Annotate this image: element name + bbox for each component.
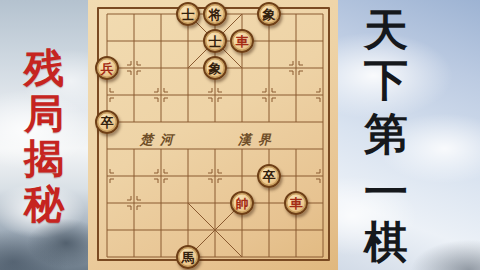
piece-red-f1[interactable]: 車 [230, 29, 254, 53]
piece-red-a2[interactable]: 兵 [95, 56, 119, 80]
left-banner-char-2: 局 [0, 93, 88, 133]
right-banner-char-4: 一 [338, 170, 434, 214]
screen: 残 局 揭 秘 楚河 漢界 士将象士車兵象卒卒帥車馬 天 下 第 一 棋 [0, 0, 480, 270]
river-label-chu-he: 楚河 [140, 131, 180, 149]
piece-black-e2[interactable]: 象 [203, 56, 227, 80]
piece-black-e1[interactable]: 士 [203, 29, 227, 53]
piece-black-e0[interactable]: 将 [203, 2, 227, 26]
right-banner: 天 下 第 一 棋 [338, 0, 480, 270]
piece-red-h7[interactable]: 車 [284, 191, 308, 215]
right-banner-char-1: 天 [338, 8, 434, 52]
left-banner: 残 局 揭 秘 [0, 0, 88, 270]
piece-black-a4[interactable]: 卒 [95, 110, 119, 134]
left-banner-char-1: 残 [0, 48, 88, 88]
piece-black-d9[interactable]: 馬 [176, 245, 200, 269]
right-banner-char-3: 第 [338, 112, 434, 156]
piece-red-f7[interactable]: 帥 [230, 191, 254, 215]
xiangqi-board: 楚河 漢界 士将象士車兵象卒卒帥車馬 [88, 0, 338, 270]
piece-black-g0[interactable]: 象 [257, 2, 281, 26]
piece-black-d0[interactable]: 士 [176, 2, 200, 26]
right-banner-char-2: 下 [338, 58, 434, 102]
right-banner-char-5: 棋 [338, 220, 434, 264]
left-banner-char-4: 秘 [0, 183, 88, 223]
river-label-han-jie: 漢界 [238, 131, 278, 149]
left-banner-char-3: 揭 [0, 138, 88, 178]
piece-black-g6[interactable]: 卒 [257, 164, 281, 188]
